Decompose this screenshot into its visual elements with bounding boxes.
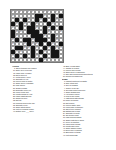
cell-number: 19 — [52, 23, 54, 24]
cell-number: 49 — [12, 59, 14, 60]
cell-number: 1 — [12, 11, 13, 12]
down-clues-list: 1Largest continent on Earth2Sour citrus … — [62, 80, 112, 136]
cell-number: 28 — [44, 35, 46, 36]
cell-number: 43 — [60, 47, 62, 48]
cell-number: 30 — [12, 39, 14, 40]
cell-number: 42 — [56, 47, 58, 48]
cell-number: 8 — [48, 11, 49, 12]
grid-cell — [59, 58, 63, 62]
cell-number: 10 — [12, 15, 14, 16]
cell-number: 4 — [24, 11, 25, 12]
cell-number: 35 — [32, 43, 34, 44]
clue-item: 47Flat round dish — [62, 134, 112, 136]
crossword-grid: 1234567891011121314151617181920212223242… — [10, 9, 64, 63]
across-clues-list-left: 1Taken together as a whole10Outer layer … — [12, 68, 59, 113]
cell-number: 2 — [16, 11, 17, 12]
clue-text: Neither here ___ there — [16, 110, 59, 112]
cell-number: 16 — [16, 23, 18, 24]
clue-text: Round red salad fruit — [66, 76, 112, 78]
cell-number: 32 — [56, 39, 58, 40]
cell-number: 24 — [20, 31, 22, 32]
cell-number: 29 — [56, 35, 58, 36]
cell-number: 37 — [52, 43, 54, 44]
cell-number: 50 — [44, 59, 46, 60]
clue-item: 50Round red salad fruit — [62, 76, 112, 78]
cell-number: 34 — [24, 43, 26, 44]
cell-number: 11 — [44, 15, 45, 16]
cell-number: 13 — [40, 19, 42, 20]
cell-number: 40 — [36, 47, 38, 48]
cell-number: 5 — [28, 11, 29, 12]
clue-text: Flat round dish — [66, 134, 112, 136]
cell-number: 14 — [56, 19, 58, 20]
cell-number: 41 — [48, 47, 50, 48]
cell-number: 7 — [44, 11, 45, 12]
crossword-page: 1234567891011121314151617181920212223242… — [0, 0, 116, 150]
cell-number: 39 — [28, 47, 30, 48]
cell-number: 15 — [60, 19, 62, 20]
cell-number: 48 — [36, 55, 38, 56]
cell-number: 26 — [60, 31, 62, 32]
cell-number: 3 — [20, 11, 21, 12]
cell-number: 47 — [12, 55, 14, 56]
clue-item: 40Neither here ___ there — [12, 110, 59, 112]
cell-number: 6 — [32, 11, 33, 12]
cell-number: 17 — [24, 23, 26, 24]
cell-number: 25 — [48, 31, 50, 32]
cell-number: 20 — [12, 27, 14, 28]
cell-number: 12 — [28, 19, 30, 20]
cell-number: 18 — [36, 23, 38, 24]
cell-number: 22 — [48, 27, 50, 28]
cell-number: 9 — [56, 11, 57, 12]
cell-number: 27 — [16, 35, 18, 36]
cell-number: 38 — [24, 47, 26, 48]
down-clues-column: 42Body of salt water44Capital of France4… — [62, 65, 112, 136]
cell-number: 21 — [36, 27, 38, 28]
across-clues-column: Across 1Taken together as a whole10Outer… — [12, 65, 59, 113]
cell-number: 23 — [16, 31, 18, 32]
cell-number: 33 — [12, 43, 14, 44]
cell-number: 46 — [44, 51, 46, 52]
cell-number: 36 — [36, 43, 38, 44]
cell-number: 44 — [16, 51, 18, 52]
cell-number: 31 — [32, 39, 34, 40]
across-clues-list-overflow: 42Body of salt water44Capital of France4… — [62, 65, 112, 78]
cell-number: 45 — [20, 51, 22, 52]
